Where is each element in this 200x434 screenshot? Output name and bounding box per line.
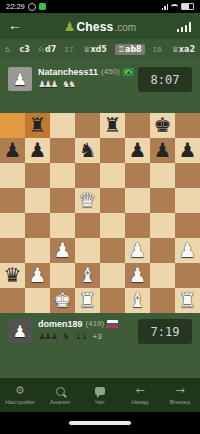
- toolbar-label: Настройки: [5, 399, 34, 405]
- square-d1[interactable]: ♜: [75, 288, 100, 313]
- black-rook[interactable]: ♜: [104, 113, 122, 138]
- black-pawn[interactable]: ♟: [29, 138, 47, 163]
- square-b1[interactable]: [25, 288, 50, 313]
- gear-icon: ⚙: [15, 385, 25, 397]
- connection-strength-icon: [177, 22, 192, 32]
- toolbar-label: Чат: [95, 399, 105, 405]
- square-a4[interactable]: [0, 213, 25, 238]
- white-bishop[interactable]: ♝: [129, 288, 147, 313]
- move-item[interactable]: ♕xa2: [172, 45, 195, 54]
- square-e8[interactable]: ♜: [100, 113, 125, 138]
- toolbar-back-button[interactable]: ←Назад: [120, 378, 160, 412]
- square-c2[interactable]: [50, 263, 75, 288]
- white-king[interactable]: ♚: [54, 288, 72, 313]
- square-c3[interactable]: ♟: [50, 238, 75, 263]
- square-b8[interactable]: ♜: [25, 113, 50, 138]
- chess-com-app: 22:29 ← ♟ Chess .com 6.c3♘d717.♕xd5♖ab81…: [0, 0, 200, 434]
- move-number: 18.: [153, 45, 164, 54]
- toolbar-chat-button[interactable]: Чат: [80, 378, 120, 412]
- square-g1[interactable]: [150, 288, 175, 313]
- square-c4[interactable]: [50, 213, 75, 238]
- square-d8[interactable]: [75, 113, 100, 138]
- square-h8[interactable]: [175, 113, 200, 138]
- square-e6[interactable]: [100, 163, 125, 188]
- player-name[interactable]: domen189: [38, 319, 83, 329]
- square-e4[interactable]: [100, 213, 125, 238]
- square-b4[interactable]: [25, 213, 50, 238]
- square-e5[interactable]: [100, 188, 125, 213]
- white-pawn[interactable]: ♟: [29, 263, 47, 288]
- square-f1[interactable]: ♝: [125, 288, 150, 313]
- square-e1[interactable]: [100, 288, 125, 313]
- square-c8[interactable]: [50, 113, 75, 138]
- clock-top: 8:07: [138, 67, 192, 92]
- material-advantage: +3: [92, 331, 101, 342]
- white-pawn[interactable]: ♟: [129, 238, 147, 263]
- white-pawn[interactable]: ♟: [179, 238, 197, 263]
- alarm-icon: [28, 3, 36, 11]
- square-d3[interactable]: [75, 238, 100, 263]
- square-f6[interactable]: [125, 163, 150, 188]
- square-g3[interactable]: [150, 238, 175, 263]
- back-button[interactable]: ←: [8, 17, 22, 33]
- square-a2[interactable]: ♛: [0, 263, 25, 288]
- gesture-bar: [0, 412, 200, 434]
- wifi-icon: [171, 4, 178, 10]
- square-c6[interactable]: [50, 163, 75, 188]
- square-a7[interactable]: ♟: [0, 138, 25, 163]
- player-rating: (419): [86, 319, 105, 329]
- square-d5[interactable]: ♛: [75, 188, 100, 213]
- square-b5[interactable]: [25, 188, 50, 213]
- white-captured-piece-icon: ♟: [50, 79, 56, 90]
- square-h7[interactable]: ♟: [175, 138, 200, 163]
- square-b7[interactable]: ♟: [25, 138, 50, 163]
- chat-icon: [95, 385, 105, 397]
- square-h1[interactable]: ♜: [175, 288, 200, 313]
- white-pawn[interactable]: ♟: [129, 263, 147, 288]
- square-g5[interactable]: [150, 188, 175, 213]
- square-g4[interactable]: [150, 213, 175, 238]
- white-pawn[interactable]: ♟: [54, 238, 72, 263]
- black-king[interactable]: ♚: [154, 113, 172, 138]
- square-e7[interactable]: [100, 138, 125, 163]
- signal-bars-icon: [162, 4, 169, 10]
- square-a5[interactable]: [0, 188, 25, 213]
- move-item[interactable]: ♖ab8: [115, 44, 145, 55]
- black-pawn[interactable]: ♟: [129, 138, 147, 163]
- white-bishop[interactable]: ♝: [79, 263, 97, 288]
- toolbar-label: Анализ: [50, 399, 70, 405]
- avatar[interactable]: ♟: [8, 67, 32, 91]
- player-card-bottom: ♟ domen189 (419) ♟♟♟♞♝♝+3 7:19: [0, 313, 200, 363]
- analysis-icon: [56, 385, 65, 397]
- square-g6[interactable]: [150, 163, 175, 188]
- square-g8[interactable]: ♚: [150, 113, 175, 138]
- square-a6[interactable]: [0, 163, 25, 188]
- toolbar-gear-button[interactable]: ⚙Настройки: [0, 378, 40, 412]
- white-queen[interactable]: ♛: [79, 188, 97, 213]
- black-captured-piece-icon: ♝: [80, 331, 86, 342]
- black-captured-piece-icon: ♞: [62, 331, 68, 342]
- square-e2[interactable]: [100, 263, 125, 288]
- white-rook[interactable]: ♜: [79, 288, 97, 313]
- square-b3[interactable]: [25, 238, 50, 263]
- black-queen[interactable]: ♛: [4, 263, 22, 288]
- bottom-toolbar: ⚙НастройкиАнализЧат←Назад→Вперед: [0, 378, 200, 412]
- square-c5[interactable]: [50, 188, 75, 213]
- player-name[interactable]: Natanchess11: [38, 67, 98, 77]
- player-card-top: ♟ Natanchess11 (450) ♟♟♟♞♞ 8:07: [0, 59, 200, 113]
- square-d6[interactable]: [75, 163, 100, 188]
- app-notification-icon: [39, 3, 46, 10]
- toolbar-analysis-button[interactable]: Анализ: [40, 378, 80, 412]
- square-h6[interactable]: [175, 163, 200, 188]
- clock-bottom: 7:19: [138, 319, 192, 344]
- status-time: 22:29: [6, 2, 25, 11]
- player-rating: (450): [101, 67, 120, 77]
- black-knight[interactable]: ♞: [79, 138, 97, 163]
- white-rook[interactable]: ♜: [179, 288, 197, 313]
- black-pawn[interactable]: ♟: [4, 138, 22, 163]
- square-f8[interactable]: [125, 113, 150, 138]
- move-item[interactable]: ♘d7: [38, 45, 56, 54]
- square-f4[interactable]: [125, 213, 150, 238]
- avatar[interactable]: ♟: [8, 319, 32, 343]
- back-icon: ←: [135, 385, 144, 397]
- square-c1[interactable]: ♚: [50, 288, 75, 313]
- square-f2[interactable]: ♟: [125, 263, 150, 288]
- square-h5[interactable]: [175, 188, 200, 213]
- toolbar-label: Вперед: [170, 399, 191, 405]
- square-h4[interactable]: [175, 213, 200, 238]
- chess-board[interactable]: ♜♜♚♟♟♞♟♟♟♛♟♟♟♛♟♝♟♚♜♝♜: [0, 113, 200, 313]
- square-g2[interactable]: [150, 263, 175, 288]
- square-d7[interactable]: ♞: [75, 138, 100, 163]
- app-header: ← ♟ Chess .com: [0, 13, 200, 39]
- move-item[interactable]: c3: [20, 45, 30, 54]
- slovenia-flag-icon: [107, 320, 118, 328]
- square-h2[interactable]: [175, 263, 200, 288]
- battery-icon: [181, 3, 194, 10]
- square-e3[interactable]: [100, 238, 125, 263]
- square-c7[interactable]: [50, 138, 75, 163]
- move-number: 17.: [64, 45, 75, 54]
- status-bar: 22:29: [0, 0, 200, 13]
- square-d2[interactable]: ♝: [75, 263, 100, 288]
- black-pawn[interactable]: ♟: [179, 138, 197, 163]
- black-captured-piece-icon: ♟: [50, 331, 56, 342]
- black-pawn[interactable]: ♟: [154, 138, 172, 163]
- black-rook[interactable]: ♜: [29, 113, 47, 138]
- square-b2[interactable]: ♟: [25, 263, 50, 288]
- toolbar-label: Назад: [131, 399, 148, 405]
- square-a1[interactable]: [0, 288, 25, 313]
- move-number: 6.: [5, 45, 12, 54]
- square-h3[interactable]: ♟: [175, 238, 200, 263]
- square-f5[interactable]: [125, 188, 150, 213]
- square-a3[interactable]: [0, 238, 25, 263]
- square-g7[interactable]: ♟: [150, 138, 175, 163]
- logo-pawn-icon: ♟: [64, 19, 76, 34]
- toolbar-forward-button[interactable]: →Вперед: [160, 378, 200, 412]
- home-indicator[interactable]: [69, 421, 131, 425]
- square-b6[interactable]: [25, 163, 50, 188]
- square-a8[interactable]: [0, 113, 25, 138]
- move-list-strip[interactable]: 6.c3♘d717.♕xd5♖ab818.♕xa2: [0, 39, 200, 59]
- white-captured-piece-icon: ♞: [68, 79, 74, 90]
- chesscom-logo: ♟ Chess .com: [64, 19, 136, 34]
- forward-icon: →: [175, 385, 184, 397]
- square-f3[interactable]: ♟: [125, 238, 150, 263]
- square-f7[interactable]: ♟: [125, 138, 150, 163]
- brazil-flag-icon: [123, 68, 134, 76]
- square-d4[interactable]: [75, 213, 100, 238]
- move-item[interactable]: ♕xd5: [83, 45, 107, 54]
